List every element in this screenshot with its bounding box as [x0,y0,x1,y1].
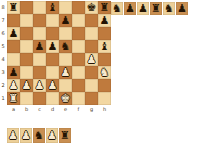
rank-label-1: 1 [0,92,6,105]
white-pawn-piece: ♟ [9,79,19,92]
rank-label-7: 7 [0,14,6,27]
captured-tile-white-pawn[interactable]: ♟ [46,128,58,143]
square-g5[interactable] [85,40,98,53]
black-rook-piece: ♜ [151,3,161,15]
black-pawn-piece: ♟ [125,3,135,15]
square-c5[interactable]: ♟ [33,40,46,53]
square-g7[interactable] [85,14,98,27]
square-b6[interactable] [20,27,33,40]
captured-tile-black-rook[interactable]: ♜ [59,128,71,143]
square-c8[interactable] [33,1,46,14]
black-bishop-piece: ♝ [48,1,58,14]
square-f2[interactable] [72,79,85,92]
square-d6[interactable] [46,27,59,40]
black-pawn-piece: ♟ [100,14,110,27]
captured-tile-black-knight[interactable]: ♞ [163,2,175,15]
square-g2[interactable] [85,79,98,92]
captured-tile-white-pawn[interactable]: ♟ [20,128,32,143]
square-b3[interactable] [20,66,33,79]
file-label-g: g [85,105,98,113]
black-pawn-piece: ♟ [35,40,45,53]
square-g1[interactable] [85,92,98,105]
file-label-e: e [59,105,72,113]
square-h4[interactable] [98,53,111,66]
white-king-piece: ♚ [61,92,71,105]
square-h1[interactable] [98,92,111,105]
square-h8[interactable]: ♜ [98,1,111,14]
black-pawn-piece: ♟ [9,27,19,40]
square-c1[interactable] [33,92,46,105]
square-f4[interactable] [72,53,85,66]
square-d1[interactable] [46,92,59,105]
white-pawn-piece: ♟ [47,130,57,142]
square-a5[interactable] [7,40,20,53]
white-pawn-piece: ♟ [61,66,71,79]
square-h7[interactable]: ♟ [98,14,111,27]
square-e8[interactable] [59,1,72,14]
black-pawn-piece: ♟ [61,14,71,27]
file-label-c: c [33,105,46,113]
file-labels: abcdefgh [7,105,111,113]
white-pawn-piece: ♟ [8,130,18,142]
chess-board: ♜♝♚♜♟♟♟♟♟♞♝♟♟♟♞♟♟♟♟♜♚ [7,1,111,105]
black-knight-piece: ♞ [61,40,71,53]
rank-label-3: 3 [0,66,6,79]
black-rook-piece: ♜ [100,1,110,14]
square-g3[interactable] [85,66,98,79]
square-b7[interactable] [20,14,33,27]
square-d7[interactable] [46,14,59,27]
square-f8[interactable] [72,1,85,14]
square-g6[interactable] [85,27,98,40]
square-e4[interactable] [59,53,72,66]
square-h5[interactable]: ♝ [98,40,111,53]
square-d4[interactable] [46,53,59,66]
square-e5[interactable]: ♞ [59,40,72,53]
square-f1[interactable] [72,92,85,105]
square-c6[interactable] [33,27,46,40]
file-label-f: f [72,105,85,113]
black-king-piece: ♚ [87,1,97,14]
square-c7[interactable] [33,14,46,27]
rank-label-8: 8 [0,1,6,14]
black-rook-piece: ♜ [9,1,19,14]
square-e1[interactable]: ♚ [59,92,72,105]
white-pawn-piece: ♟ [87,53,97,66]
square-g8[interactable]: ♚ [85,1,98,14]
square-d3[interactable] [46,66,59,79]
black-pawn-piece: ♟ [48,40,58,53]
square-c4[interactable] [33,53,46,66]
file-label-b: b [20,105,33,113]
file-label-a: a [7,105,20,113]
captured-tile-black-pawn[interactable]: ♟ [176,2,188,15]
square-b5[interactable] [20,40,33,53]
square-f7[interactable] [72,14,85,27]
white-pawn-piece: ♟ [21,130,31,142]
square-a7[interactable] [7,14,20,27]
square-g4[interactable]: ♟ [85,53,98,66]
rank-labels: 87654321 [0,1,6,105]
file-label-d: d [46,105,59,113]
square-f5[interactable] [72,40,85,53]
rank-label-5: 5 [0,40,6,53]
square-c2[interactable]: ♟ [33,79,46,92]
black-rook-piece: ♜ [60,130,70,142]
captured-pieces-top-tray: ♞♟♟♜♞♟ [111,2,188,15]
white-pawn-piece: ♟ [48,79,58,92]
square-a6[interactable]: ♟ [7,27,20,40]
square-d2[interactable]: ♟ [46,79,59,92]
square-e6[interactable] [59,27,72,40]
square-a8[interactable]: ♜ [7,1,20,14]
square-b2[interactable]: ♟ [20,79,33,92]
square-a1[interactable]: ♜ [7,92,20,105]
square-b1[interactable] [20,92,33,105]
square-b4[interactable] [20,53,33,66]
captured-tile-white-pawn[interactable]: ♟ [7,128,19,143]
white-pawn-piece: ♟ [35,79,45,92]
white-knight-piece: ♞ [100,66,110,79]
square-a4[interactable] [7,53,20,66]
square-a2[interactable]: ♟ [7,79,20,92]
square-h3[interactable]: ♞ [98,66,111,79]
rank-label-6: 6 [0,27,6,40]
square-f3[interactable] [72,66,85,79]
captured-pieces-bottom-tray: ♟♟♞♟♜ [7,128,71,143]
square-h2[interactable] [98,79,111,92]
file-label-h: h [98,105,111,113]
square-a3[interactable]: ♟ [7,66,20,79]
white-pawn-piece: ♟ [22,79,32,92]
square-c3[interactable] [33,66,46,79]
square-h6[interactable] [98,27,111,40]
black-pawn-piece: ♟ [9,66,19,79]
captured-tile-black-knight[interactable]: ♞ [111,2,123,15]
black-knight-piece: ♞ [164,3,174,15]
black-knight-piece: ♞ [34,130,44,142]
black-pawn-piece: ♟ [177,3,187,15]
black-knight-piece: ♞ [112,3,122,15]
black-pawn-piece: ♟ [138,3,148,15]
square-d5[interactable]: ♟ [46,40,59,53]
square-f6[interactable] [72,27,85,40]
captured-tile-black-pawn[interactable]: ♟ [137,2,149,15]
white-rook-piece: ♜ [9,92,19,105]
square-e3[interactable]: ♟ [59,66,72,79]
square-e7[interactable]: ♟ [59,14,72,27]
rank-label-2: 2 [0,79,6,92]
square-d8[interactable]: ♝ [46,1,59,14]
captured-tile-black-pawn[interactable]: ♟ [124,2,136,15]
rank-label-4: 4 [0,53,6,66]
captured-tile-black-rook[interactable]: ♜ [150,2,162,15]
black-bishop-piece: ♝ [100,40,110,53]
square-b8[interactable] [20,1,33,14]
square-e2[interactable] [59,79,72,92]
captured-tile-black-knight[interactable]: ♞ [33,128,45,143]
